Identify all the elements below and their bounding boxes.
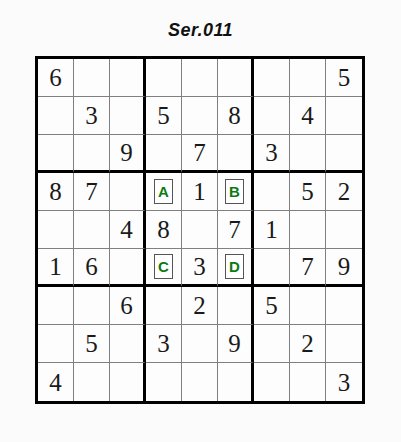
cell-r9c9[interactable]: 3 (326, 363, 362, 401)
cell-r7c4[interactable] (146, 287, 182, 325)
cell-r4c1[interactable]: 8 (38, 173, 74, 211)
cell-r2c3[interactable] (110, 97, 146, 135)
cell-r8c2[interactable]: 5 (74, 325, 110, 363)
sudoku-board: 65358497387A1B52487116C3D79625539243 (35, 56, 365, 404)
cell-r5c1[interactable] (38, 211, 74, 249)
cell-r8c6[interactable]: 9 (218, 325, 254, 363)
cell-r2c9[interactable] (326, 97, 362, 135)
cell-r9c3[interactable] (110, 363, 146, 401)
cell-r3c5[interactable]: 7 (182, 135, 218, 173)
cell-r8c8[interactable]: 2 (290, 325, 326, 363)
cell-r7c9[interactable] (326, 287, 362, 325)
cell-r1c7[interactable] (254, 59, 290, 97)
cell-r3c9[interactable] (326, 135, 362, 173)
cell-r7c6[interactable] (218, 287, 254, 325)
cell-r4c5[interactable]: 1 (182, 173, 218, 211)
cell-r4c6[interactable]: B (218, 173, 254, 211)
cell-r7c3[interactable]: 6 (110, 287, 146, 325)
cell-r6c5[interactable]: 3 (182, 249, 218, 287)
cell-r4c2[interactable]: 7 (74, 173, 110, 211)
cell-r1c8[interactable] (290, 59, 326, 97)
cell-r7c7[interactable]: 5 (254, 287, 290, 325)
cell-r5c4[interactable]: 8 (146, 211, 182, 249)
letter-box-d: D (225, 254, 244, 279)
cell-r1c1[interactable]: 6 (38, 59, 74, 97)
cell-r2c1[interactable] (38, 97, 74, 135)
cell-r2c2[interactable]: 3 (74, 97, 110, 135)
cell-r7c1[interactable] (38, 287, 74, 325)
cell-r8c3[interactable] (110, 325, 146, 363)
cell-r1c6[interactable] (218, 59, 254, 97)
cell-r9c8[interactable] (290, 363, 326, 401)
cell-r5c5[interactable] (182, 211, 218, 249)
cell-r3c7[interactable]: 3 (254, 135, 290, 173)
cell-r7c5[interactable]: 2 (182, 287, 218, 325)
cell-r3c2[interactable] (74, 135, 110, 173)
cell-r4c3[interactable] (110, 173, 146, 211)
cell-r8c5[interactable] (182, 325, 218, 363)
cell-r7c8[interactable] (290, 287, 326, 325)
cell-r4c9[interactable]: 2 (326, 173, 362, 211)
cell-r1c2[interactable] (74, 59, 110, 97)
letter-box-b: B (225, 179, 244, 204)
cell-r6c2[interactable]: 6 (74, 249, 110, 287)
cell-r9c6[interactable] (218, 363, 254, 401)
letter-box-a: A (154, 179, 173, 204)
cell-r2c5[interactable] (182, 97, 218, 135)
cell-r5c9[interactable] (326, 211, 362, 249)
cell-r8c9[interactable] (326, 325, 362, 363)
cell-r6c3[interactable] (110, 249, 146, 287)
cell-r6c8[interactable]: 7 (290, 249, 326, 287)
cell-r4c7[interactable] (254, 173, 290, 211)
cell-r3c1[interactable] (38, 135, 74, 173)
cell-r3c6[interactable] (218, 135, 254, 173)
cell-r1c4[interactable] (146, 59, 182, 97)
cell-r5c6[interactable]: 7 (218, 211, 254, 249)
cell-r3c4[interactable] (146, 135, 182, 173)
cell-r5c8[interactable] (290, 211, 326, 249)
puzzle-page: Ser.011 65358497387A1B52487116C3D7962553… (0, 0, 401, 442)
cell-r9c2[interactable] (74, 363, 110, 401)
cell-r2c8[interactable]: 4 (290, 97, 326, 135)
cell-r4c8[interactable]: 5 (290, 173, 326, 211)
cell-r8c1[interactable] (38, 325, 74, 363)
cell-r1c9[interactable]: 5 (326, 59, 362, 97)
cell-r8c4[interactable]: 3 (146, 325, 182, 363)
cell-r5c7[interactable]: 1 (254, 211, 290, 249)
cell-r9c1[interactable]: 4 (38, 363, 74, 401)
cell-r6c9[interactable]: 9 (326, 249, 362, 287)
puzzle-title: Ser.011 (0, 20, 401, 41)
cell-r9c5[interactable] (182, 363, 218, 401)
cell-r3c3[interactable]: 9 (110, 135, 146, 173)
cell-r9c7[interactable] (254, 363, 290, 401)
cell-r1c5[interactable] (182, 59, 218, 97)
cell-r6c6[interactable]: D (218, 249, 254, 287)
cell-r9c4[interactable] (146, 363, 182, 401)
cell-r2c4[interactable]: 5 (146, 97, 182, 135)
cell-r4c4[interactable]: A (146, 173, 182, 211)
cell-r3c8[interactable] (290, 135, 326, 173)
cell-r5c2[interactable] (74, 211, 110, 249)
cell-r2c6[interactable]: 8 (218, 97, 254, 135)
cell-r2c7[interactable] (254, 97, 290, 135)
cell-r7c2[interactable] (74, 287, 110, 325)
cell-r5c3[interactable]: 4 (110, 211, 146, 249)
cell-r1c3[interactable] (110, 59, 146, 97)
cell-r6c7[interactable] (254, 249, 290, 287)
cell-r8c7[interactable] (254, 325, 290, 363)
cell-r6c1[interactable]: 1 (38, 249, 74, 287)
letter-box-c: C (154, 254, 173, 279)
cell-r6c4[interactable]: C (146, 249, 182, 287)
